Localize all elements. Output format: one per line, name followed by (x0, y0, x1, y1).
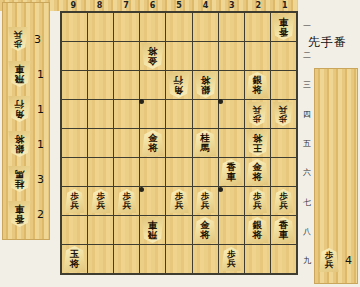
board-cell-3六[interactable]: 香車 (219, 158, 244, 186)
rank-label-7: 七 (301, 197, 313, 208)
rank-label-1: 一 (301, 21, 313, 32)
piece-kanji: 車 (279, 230, 289, 240)
board-cell-2三[interactable]: 銀将 (245, 71, 270, 99)
shogi-piece-金将-gote[interactable]: 金将 (141, 43, 164, 69)
piece-kanji: 将 (70, 259, 80, 269)
board-cell-9六[interactable] (62, 158, 87, 186)
board-cell-5二[interactable] (166, 42, 191, 70)
file-label-1: 1 (278, 1, 292, 10)
piece-kanji: 将 (253, 133, 263, 143)
piece-kanji: 兵 (14, 30, 23, 39)
file-label-2: 2 (251, 1, 265, 10)
file-label-8: 8 (93, 1, 107, 10)
shogi-piece-香車-gote[interactable]: 香車 (272, 14, 295, 40)
piece-kanji: 将 (148, 46, 158, 56)
shogi-piece-香車-gote[interactable]: 香車 (8, 201, 31, 227)
sente-captured-stand: 歩兵4 (314, 68, 358, 284)
piece-kanji: 将 (253, 172, 263, 182)
star-point (139, 99, 144, 104)
piece-kanji: 馬 (15, 169, 25, 179)
board-cell-3七[interactable] (219, 187, 244, 215)
board-cell-8三[interactable] (88, 71, 113, 99)
board-cell-5四[interactable] (166, 100, 191, 128)
piece-kanji: 兵 (175, 201, 184, 210)
file-label-6: 6 (146, 1, 160, 10)
shogi-piece-歩兵-sente[interactable]: 歩兵 (221, 247, 241, 271)
board-cell-8二[interactable] (88, 42, 113, 70)
shogi-piece-桂馬-gote[interactable]: 桂馬 (8, 166, 31, 192)
piece-kanji: 兵 (279, 105, 288, 114)
shogi-piece-銀将-gote[interactable]: 銀将 (194, 72, 217, 98)
board-cell-9二[interactable] (62, 42, 87, 70)
board-cell-2二[interactable] (245, 42, 270, 70)
shogi-piece-銀将-sente[interactable]: 銀将 (246, 72, 269, 98)
captured-角行[interactable]: 角行1 (8, 94, 50, 124)
piece-kanji: 金 (148, 56, 158, 66)
board-cell-4一[interactable] (193, 13, 218, 41)
shogi-piece-王将-gote[interactable]: 王将 (246, 130, 269, 156)
board-cell-8六[interactable] (88, 158, 113, 186)
piece-kanji: 行 (174, 75, 184, 85)
piece-kanji: 桂 (15, 179, 25, 189)
board-cell-5三[interactable]: 角行 (166, 71, 191, 99)
board-cell-4六[interactable] (193, 158, 218, 186)
captured-count: 3 (34, 33, 41, 46)
board-cell-8五[interactable] (88, 129, 113, 157)
board-cell-1三[interactable] (271, 71, 296, 99)
board-cell-9三[interactable] (62, 71, 87, 99)
captured-桂馬[interactable]: 桂馬3 (8, 164, 50, 194)
board-cell-6六[interactable] (140, 158, 165, 186)
piece-kanji: 将 (148, 143, 158, 153)
board-cell-8九[interactable] (88, 245, 113, 273)
board-cell-8四[interactable] (88, 100, 113, 128)
piece-kanji: 車 (15, 64, 25, 74)
board-cell-2七[interactable]: 歩兵 (245, 187, 270, 215)
shogi-piece-金将-sente[interactable]: 金将 (141, 130, 164, 156)
captured-count: 2 (37, 208, 44, 221)
captured-count: 4 (345, 254, 352, 267)
piece-kanji: 車 (15, 204, 25, 214)
star-point (218, 187, 223, 192)
board-cell-3二[interactable] (219, 42, 244, 70)
captured-銀将[interactable]: 銀将1 (8, 129, 50, 159)
board-cell-4二[interactable] (193, 42, 218, 70)
piece-kanji: 将 (253, 85, 263, 95)
piece-kanji: 将 (15, 134, 25, 144)
board-cell-5五[interactable] (166, 129, 191, 157)
board-cell-9五[interactable] (62, 129, 87, 157)
shogi-piece-歩兵-gote[interactable]: 歩兵 (247, 102, 267, 126)
file-label-3: 3 (225, 1, 239, 10)
board-cell-5六[interactable] (166, 158, 191, 186)
shogi-piece-飛車-gote[interactable]: 飛車 (8, 61, 31, 87)
piece-kanji: 馬 (200, 143, 210, 153)
shogi-piece-飛車-gote[interactable]: 飛車 (141, 217, 164, 243)
piece-kanji: 角 (15, 109, 25, 119)
file-label-4: 4 (198, 1, 212, 10)
board-cell-6四[interactable] (140, 100, 165, 128)
board-cell-4五[interactable]: 桂馬 (193, 129, 218, 157)
shogi-piece-銀将-gote[interactable]: 銀将 (8, 131, 31, 157)
piece-kanji: 兵 (123, 201, 132, 210)
board-cell-4七[interactable]: 歩兵 (193, 187, 218, 215)
captured-count: 3 (37, 173, 44, 186)
board-cell-6二[interactable]: 金将 (140, 42, 165, 70)
piece-kanji: 兵 (325, 260, 334, 269)
piece-kanji: 飛 (148, 230, 158, 240)
board-cell-7二[interactable] (114, 42, 139, 70)
board-cell-4四[interactable] (193, 100, 218, 128)
board-cell-7一[interactable] (114, 13, 139, 41)
piece-kanji: 兵 (201, 201, 210, 210)
captured-count: 1 (37, 68, 44, 81)
file-label-7: 7 (119, 1, 133, 10)
board-cell-6九[interactable] (140, 245, 165, 273)
board-cell-1六[interactable] (271, 158, 296, 186)
piece-kanji: 将 (200, 230, 210, 240)
board-cell-1九[interactable] (271, 245, 296, 273)
turn-indicator: 先手番 (308, 34, 360, 51)
rank-label-6: 六 (301, 167, 313, 178)
board-cell-2六[interactable]: 金将 (245, 158, 270, 186)
board-cell-3八[interactable] (219, 216, 244, 244)
shogi-piece-歩兵-sente[interactable]: 歩兵 (91, 189, 111, 213)
board-cell-1二[interactable] (271, 42, 296, 70)
board-cell-8七[interactable]: 歩兵 (88, 187, 113, 215)
captured-歩兵[interactable]: 歩兵4 (319, 245, 360, 275)
shogi-piece-桂馬-sente[interactable]: 桂馬 (194, 130, 217, 156)
board-cell-7九[interactable] (114, 245, 139, 273)
piece-kanji: 行 (15, 99, 25, 109)
shogi-piece-玉将-sente[interactable]: 玉将 (63, 246, 86, 272)
board-cell-3九[interactable]: 歩兵 (219, 245, 244, 273)
piece-kanji: 兵 (70, 201, 79, 210)
board-cell-1八[interactable]: 香車 (271, 216, 296, 244)
board-cell-5八[interactable] (166, 216, 191, 244)
board-cell-6五[interactable]: 金将 (140, 129, 165, 157)
board-cell-4三[interactable]: 銀将 (193, 71, 218, 99)
piece-kanji: 車 (148, 220, 158, 230)
board-cell-5一[interactable] (166, 13, 191, 41)
board-cell-1一[interactable]: 香車 (271, 13, 296, 41)
piece-kanji: 兵 (253, 201, 262, 210)
board-cell-9七[interactable]: 歩兵 (62, 187, 87, 215)
board-cell-7五[interactable] (114, 129, 139, 157)
shogi-piece-歩兵-sente[interactable]: 歩兵 (65, 189, 85, 213)
piece-kanji: 兵 (253, 105, 262, 114)
piece-kanji: 将 (200, 75, 210, 85)
board-cell-6一[interactable] (140, 13, 165, 41)
piece-kanji: 角 (174, 85, 184, 95)
piece-kanji: 車 (279, 17, 289, 27)
board-cell-7四[interactable] (114, 100, 139, 128)
board-cell-4九[interactable] (193, 245, 218, 273)
board-cell-2四[interactable]: 歩兵 (245, 100, 270, 128)
board-cell-6七[interactable] (140, 187, 165, 215)
piece-kanji: 王 (253, 143, 263, 153)
captured-count: 1 (37, 138, 44, 151)
piece-kanji: 香 (279, 27, 289, 37)
shogi-piece-銀将-sente[interactable]: 銀将 (246, 217, 269, 243)
board-cell-3一[interactable] (219, 13, 244, 41)
file-label-9: 9 (66, 1, 80, 10)
captured-歩兵[interactable]: 歩兵3 (8, 24, 50, 54)
shogi-piece-歩兵-sente[interactable]: 歩兵 (273, 189, 293, 213)
file-label-5: 5 (172, 1, 186, 10)
board-cell-9八[interactable] (62, 216, 87, 244)
shogi-piece-香車-sente[interactable]: 香車 (220, 159, 243, 185)
piece-kanji: 車 (226, 172, 236, 182)
piece-kanji: 銀 (15, 144, 25, 154)
star-point (218, 99, 223, 104)
board-cell-1七[interactable]: 歩兵 (271, 187, 296, 215)
board-cell-8一[interactable] (88, 13, 113, 41)
board-cell-6三[interactable] (140, 71, 165, 99)
board-cell-2一[interactable] (245, 13, 270, 41)
captured-香車[interactable]: 香車2 (8, 199, 50, 229)
board-cell-9一[interactable] (62, 13, 87, 41)
board-cell-2五[interactable]: 王将 (245, 129, 270, 157)
board-cell-7七[interactable]: 歩兵 (114, 187, 139, 215)
board-cell-7六[interactable] (114, 158, 139, 186)
board-cell-1五[interactable] (271, 129, 296, 157)
piece-kanji: 歩 (253, 114, 262, 123)
rank-label-4: 四 (301, 109, 313, 120)
shogi-board: 香車金将角行銀将銀将歩兵歩兵金将桂馬王将香車金将歩兵歩兵歩兵歩兵歩兵歩兵歩兵飛車… (60, 11, 298, 275)
board-cell-7三[interactable] (114, 71, 139, 99)
piece-kanji: 歩 (279, 114, 288, 123)
shogi-app: 987654321 香車金将角行銀将銀将歩兵歩兵金将桂馬王将香車金将歩兵歩兵歩兵… (0, 0, 360, 287)
shogi-piece-角行-gote[interactable]: 角行 (8, 96, 31, 122)
board-cell-1四[interactable]: 歩兵 (271, 100, 296, 128)
board-cell-5七[interactable]: 歩兵 (166, 187, 191, 215)
rank-label-8: 八 (301, 226, 313, 237)
board-cell-2九[interactable] (245, 245, 270, 273)
shogi-piece-香車-sente[interactable]: 香車 (272, 217, 295, 243)
board-cell-3四[interactable] (219, 100, 244, 128)
shogi-piece-角行-gote[interactable]: 角行 (167, 72, 190, 98)
star-point (139, 187, 144, 192)
shogi-piece-歩兵-sente[interactable]: 歩兵 (117, 189, 137, 213)
piece-kanji: 将 (253, 230, 263, 240)
shogi-piece-歩兵-sente[interactable]: 歩兵 (247, 189, 267, 213)
piece-kanji: 兵 (227, 259, 236, 268)
board-cell-3三[interactable] (219, 71, 244, 99)
shogi-piece-歩兵-gote[interactable]: 歩兵 (8, 27, 28, 51)
gote-captured-stand: 歩兵3飛車1角行1銀将1桂馬3香車2 (2, 2, 50, 240)
shogi-piece-金将-sente[interactable]: 金将 (194, 217, 217, 243)
board-cell-9九[interactable]: 玉将 (62, 245, 87, 273)
piece-kanji: 香 (15, 214, 25, 224)
rank-label-3: 三 (301, 79, 313, 90)
rank-label-5: 五 (301, 138, 313, 149)
board-cell-3五[interactable] (219, 129, 244, 157)
board-cell-2八[interactable]: 銀将 (245, 216, 270, 244)
shogi-piece-歩兵-sente[interactable]: 歩兵 (169, 189, 189, 213)
board-cell-4八[interactable]: 金将 (193, 216, 218, 244)
captured-飛車[interactable]: 飛車1 (8, 59, 50, 89)
piece-kanji: 兵 (96, 201, 105, 210)
shogi-piece-歩兵-gote[interactable]: 歩兵 (273, 102, 293, 126)
captured-count: 1 (37, 103, 44, 116)
piece-kanji: 歩 (14, 39, 23, 48)
piece-kanji: 飛 (15, 74, 25, 84)
board-cell-9四[interactable] (62, 100, 87, 128)
piece-kanji: 銀 (200, 85, 210, 95)
shogi-piece-歩兵-sente[interactable]: 歩兵 (195, 189, 215, 213)
board-cell-6八[interactable]: 飛車 (140, 216, 165, 244)
board-cell-7八[interactable] (114, 216, 139, 244)
board-cell-8八[interactable] (88, 216, 113, 244)
shogi-piece-金将-sente[interactable]: 金将 (246, 159, 269, 185)
piece-kanji: 兵 (279, 201, 288, 210)
rank-label-9: 九 (301, 255, 313, 266)
board-cell-5九[interactable] (166, 245, 191, 273)
shogi-piece-歩兵-sente[interactable]: 歩兵 (319, 248, 339, 272)
rank-label-2: 二 (301, 50, 313, 61)
